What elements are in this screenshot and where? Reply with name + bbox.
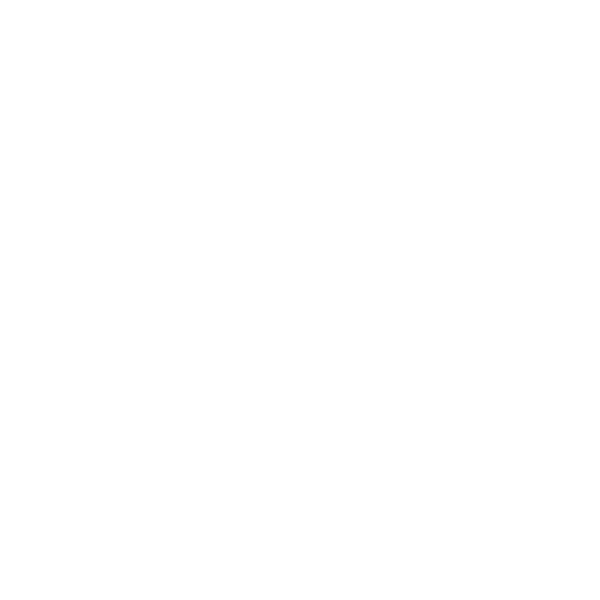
stage	[0, 0, 600, 600]
